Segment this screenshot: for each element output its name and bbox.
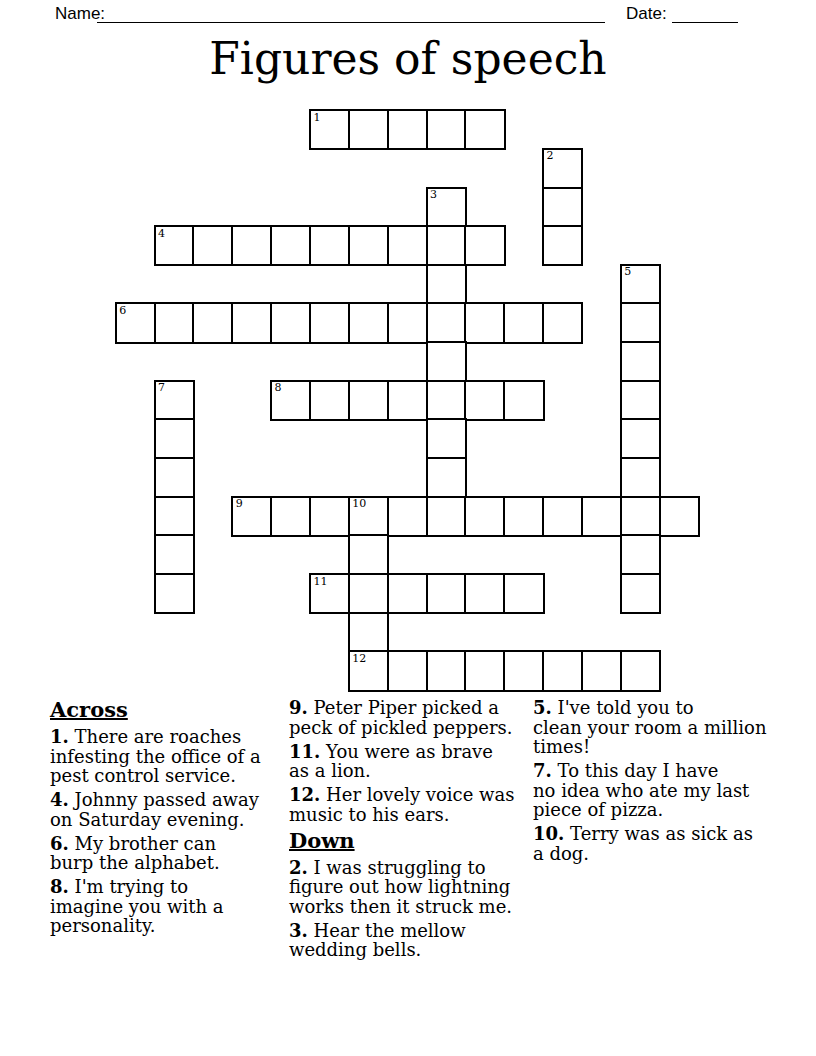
clue-1: 1. There are roaches infesting the offic… [50,727,302,786]
clue-text: Peter Piper picked a peck of pickled pep… [289,697,512,738]
grid-cell-r10c11[interactable] [542,496,583,537]
grid-cell-r11c13[interactable] [620,534,661,575]
grid-cell-r14c7[interactable] [387,650,428,691]
cell-number-7: 7 [158,382,165,394]
clue-number: 8. [50,876,69,897]
grid-cell-r5c2[interactable] [192,302,233,343]
clue-number: 11. [289,741,320,762]
cell-number-3: 3 [430,189,437,201]
grid-cell-r0c7[interactable] [387,109,428,150]
date-fill-in-line[interactable] [672,21,738,23]
clue-7: 7. To this day I have no idea who ate my… [533,761,785,820]
clue-text: I've told you to clean your room a milli… [533,697,767,757]
grid-cell-r14c6[interactable]: 12 [348,650,389,691]
grid-cell-r8c8[interactable] [426,418,467,459]
grid-cell-r12c7[interactable] [387,573,428,614]
grid-cell-r10c3[interactable]: 9 [231,496,272,537]
grid-cell-r3c9[interactable] [464,225,505,266]
grid-cell-r3c5[interactable] [309,225,350,266]
grid-cell-r12c5[interactable]: 11 [309,573,350,614]
grid-cell-r0c8[interactable] [426,109,467,150]
clue-number: 2. [289,857,308,878]
cell-number-12: 12 [352,653,366,665]
cell-number-10: 10 [352,498,366,510]
crossword-worksheet-page: Name: Date: Figures of speech 1234567891… [0,0,816,1056]
cell-number-2: 2 [547,150,554,162]
clue-text: Her lovely voice was music to his ears. [289,784,514,825]
clue-11: 11. You were as brave as a lion. [289,742,545,781]
clue-9: 9. Peter Piper picked a peck of pickled … [289,698,545,737]
grid-cell-r4c8[interactable] [426,264,467,305]
grid-cell-r12c13[interactable] [620,573,661,614]
grid-cell-r3c7[interactable] [387,225,428,266]
grid-cell-r9c8[interactable] [426,457,467,498]
grid-cell-r10c14[interactable] [659,496,700,537]
grid-cell-r14c11[interactable] [542,650,583,691]
grid-cell-r3c3[interactable] [231,225,272,266]
grid-cell-r0c9[interactable] [464,109,505,150]
clue-text: I was struggling to figure out how light… [289,857,512,917]
grid-cell-r7c5[interactable] [309,380,350,421]
clue-4: 4. Johnny passed away on Saturday evenin… [50,790,302,829]
grid-cell-r11c1[interactable] [154,534,195,575]
clue-6: 6. My brother can burp the alphabet. [50,834,302,873]
grid-cell-r0c6[interactable] [348,109,389,150]
grid-cell-r12c9[interactable] [464,573,505,614]
grid-cell-r7c6[interactable] [348,380,389,421]
grid-cell-r5c3[interactable] [231,302,272,343]
grid-cell-r7c9[interactable] [464,380,505,421]
clue-3: 3. Hear the mellow wedding bells. [289,921,545,960]
grid-cell-r3c4[interactable] [270,225,311,266]
clue-10: 10. Terry was as sick as a dog. [533,824,785,863]
name-fill-in-line[interactable] [97,21,605,23]
grid-cell-r5c10[interactable] [503,302,544,343]
grid-cell-r1c11[interactable]: 2 [542,148,583,189]
grid-cell-r5c13[interactable] [620,302,661,343]
grid-cell-r9c1[interactable] [154,457,195,498]
clue-number: 12. [289,784,320,805]
grid-cell-r10c13[interactable] [620,496,661,537]
grid-cell-r12c10[interactable] [503,573,544,614]
date-label: Date: [626,4,667,23]
grid-cell-r7c1[interactable]: 7 [154,380,195,421]
clues-column-middle: 9. Peter Piper picked a peck of pickled … [289,698,545,964]
grid-cell-r3c8[interactable] [426,225,467,266]
clue-number: 9. [289,697,308,718]
grid-cell-r10c4[interactable] [270,496,311,537]
grid-cell-r9c13[interactable] [620,457,661,498]
grid-cell-r8c1[interactable] [154,418,195,459]
puzzle-title: Figures of speech [0,30,816,88]
grid-cell-r12c8[interactable] [426,573,467,614]
clue-text: My brother can burp the alphabet. [50,833,220,874]
grid-cell-r6c13[interactable] [620,341,661,382]
grid-cell-r11c6[interactable] [348,534,389,575]
cell-number-8: 8 [275,382,282,394]
cell-number-4: 4 [158,228,165,240]
cell-number-5: 5 [624,266,631,278]
grid-cell-r10c12[interactable] [581,496,622,537]
clue-number: 4. [50,789,69,810]
grid-cell-r10c9[interactable] [464,496,505,537]
cell-number-9: 9 [236,498,243,510]
grid-cell-r12c1[interactable] [154,573,195,614]
clue-text: I'm trying to imagine you with a persona… [50,876,224,936]
grid-cell-r7c4[interactable]: 8 [270,380,311,421]
grid-cell-r10c6[interactable]: 10 [348,496,389,537]
grid-cell-r2c11[interactable] [542,187,583,228]
grid-cell-r2c8[interactable]: 3 [426,187,467,228]
grid-cell-r14c9[interactable] [464,650,505,691]
grid-cell-r10c5[interactable] [309,496,350,537]
clues-header-down: Down [289,829,545,853]
clues-column-left: Across1. There are roaches infesting the… [50,698,302,940]
grid-cell-r7c13[interactable] [620,380,661,421]
clues-column-right: 5. I've told you to clean your room a mi… [533,698,785,868]
grid-cell-r5c4[interactable] [270,302,311,343]
clue-text: Hear the mellow wedding bells. [289,920,466,961]
cell-number-1: 1 [313,112,320,124]
clue-number: 6. [50,833,69,854]
grid-cell-r5c9[interactable] [464,302,505,343]
grid-cell-r7c7[interactable] [387,380,428,421]
clue-number: 5. [533,697,552,718]
grid-cell-r3c2[interactable] [192,225,233,266]
clue-text: Johnny passed away on Saturday evening. [50,789,259,830]
clue-text: You were as brave as a lion. [289,741,493,782]
cell-number-11: 11 [313,576,327,588]
grid-cell-r0c5[interactable]: 1 [309,109,350,150]
cell-number-6: 6 [119,305,126,317]
grid-cell-r10c8[interactable] [426,496,467,537]
grid-cell-r5c1[interactable] [154,302,195,343]
grid-cell-r6c8[interactable] [426,341,467,382]
grid-cell-r7c10[interactable] [503,380,544,421]
clue-2: 2. I was struggling to figure out how li… [289,858,545,917]
grid-cell-r5c7[interactable] [387,302,428,343]
grid-cell-r14c8[interactable] [426,650,467,691]
clue-text: Terry was as sick as a dog. [533,823,753,864]
grid-cell-r10c10[interactable] [503,496,544,537]
grid-cell-r5c8[interactable] [426,302,467,343]
clue-number: 3. [289,920,308,941]
grid-cell-r14c10[interactable] [503,650,544,691]
clue-number: 10. [533,823,564,844]
grid-cell-r3c1[interactable]: 4 [154,225,195,266]
grid-cell-r14c12[interactable] [581,650,622,691]
grid-cell-r5c0[interactable]: 6 [115,302,156,343]
clues-header-across: Across [50,698,302,722]
clue-text: To this day I have no idea who ate my la… [533,760,749,820]
grid-cell-r5c11[interactable] [542,302,583,343]
grid-cell-r8c13[interactable] [620,418,661,459]
grid-cell-r13c6[interactable] [348,612,389,653]
clue-number: 1. [50,726,69,747]
grid-cell-r5c5[interactable] [309,302,350,343]
clue-5: 5. I've told you to clean your room a mi… [533,698,785,757]
clue-8: 8. I'm trying to imagine you with a pers… [50,877,302,936]
clue-number: 7. [533,760,552,781]
grid-cell-r3c11[interactable] [542,225,583,266]
grid-cell-r12c6[interactable] [348,573,389,614]
grid-cell-r14c13[interactable] [620,650,661,691]
grid-cell-r10c7[interactable] [387,496,428,537]
grid-cell-r4c13[interactable]: 5 [620,264,661,305]
clue-text: There are roaches infesting the office o… [50,726,261,786]
clue-12: 12. Her lovely voice was music to his ea… [289,785,545,824]
grid-cell-r7c8[interactable] [426,380,467,421]
grid-cell-r5c6[interactable] [348,302,389,343]
grid-cell-r10c1[interactable] [154,496,195,537]
grid-cell-r3c6[interactable] [348,225,389,266]
